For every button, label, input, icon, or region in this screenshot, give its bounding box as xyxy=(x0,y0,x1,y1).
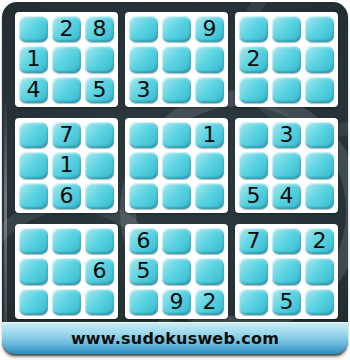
cell-r4c7[interactable] xyxy=(239,122,268,148)
cell-r6c7[interactable]: 5 xyxy=(239,183,268,209)
cell-r3c1[interactable]: 4 xyxy=(19,77,48,103)
cell-r4c5[interactable] xyxy=(162,122,191,148)
cell-r3c7[interactable] xyxy=(239,77,268,103)
given-digit: 5 xyxy=(280,291,294,313)
cell-r9c2[interactable] xyxy=(52,289,81,315)
cell-r3c8[interactable] xyxy=(272,77,301,103)
cell-r2c9[interactable] xyxy=(305,46,334,72)
cell-r1c9[interactable] xyxy=(305,16,334,42)
cell-r4c1[interactable] xyxy=(19,122,48,148)
given-digit: 2 xyxy=(247,48,261,70)
cell-r9c6[interactable]: 2 xyxy=(195,289,224,315)
box-2-1: 716 xyxy=(15,118,118,213)
cell-r7c8[interactable] xyxy=(272,228,301,254)
cell-r5c9[interactable] xyxy=(305,152,334,178)
cell-r9c3[interactable] xyxy=(85,289,114,315)
footer-banner: www.sudokusweb.com xyxy=(2,322,348,354)
given-digit: 5 xyxy=(137,260,151,282)
cell-r8c5[interactable] xyxy=(162,258,191,284)
given-digit: 6 xyxy=(93,260,107,282)
cell-r3c9[interactable] xyxy=(305,77,334,103)
cell-r2c2[interactable] xyxy=(52,46,81,72)
cell-r1c3[interactable]: 8 xyxy=(85,16,114,42)
cell-r7c5[interactable] xyxy=(162,228,191,254)
cell-r6c8[interactable]: 4 xyxy=(272,183,301,209)
cell-r8c9[interactable] xyxy=(305,258,334,284)
cell-r6c5[interactable] xyxy=(162,183,191,209)
given-digit: 5 xyxy=(93,79,107,101)
given-digit: 1 xyxy=(203,124,217,146)
cell-r7c1[interactable] xyxy=(19,228,48,254)
cell-r6c1[interactable] xyxy=(19,183,48,209)
cell-r1c8[interactable] xyxy=(272,16,301,42)
cell-r2c5[interactable] xyxy=(162,46,191,72)
cell-r1c2[interactable]: 2 xyxy=(52,16,81,42)
cell-r7c6[interactable] xyxy=(195,228,224,254)
cell-r9c5[interactable]: 9 xyxy=(162,289,191,315)
website-url-link[interactable]: www.sudokusweb.com xyxy=(71,329,279,348)
cell-r5c6[interactable] xyxy=(195,152,224,178)
sudoku-board: 28145932716135466592725 www.sudokusweb.c… xyxy=(2,2,348,354)
cell-r7c3[interactable] xyxy=(85,228,114,254)
cell-r7c4[interactable]: 6 xyxy=(129,228,158,254)
given-digit: 3 xyxy=(280,124,294,146)
cell-r6c3[interactable] xyxy=(85,183,114,209)
cell-r7c2[interactable] xyxy=(52,228,81,254)
cell-r3c5[interactable] xyxy=(162,77,191,103)
cell-r9c7[interactable] xyxy=(239,289,268,315)
cell-r2c8[interactable] xyxy=(272,46,301,72)
box-3-2: 6592 xyxy=(125,224,228,319)
cell-r3c6[interactable] xyxy=(195,77,224,103)
given-digit: 2 xyxy=(203,291,217,313)
cell-r8c6[interactable] xyxy=(195,258,224,284)
box-3-3: 725 xyxy=(235,224,338,319)
cell-r5c3[interactable] xyxy=(85,152,114,178)
cell-r9c1[interactable] xyxy=(19,289,48,315)
cell-r2c3[interactable] xyxy=(85,46,114,72)
cell-r4c9[interactable] xyxy=(305,122,334,148)
cell-r2c6[interactable] xyxy=(195,46,224,72)
given-digit: 2 xyxy=(60,18,74,40)
given-digit: 5 xyxy=(247,185,261,207)
cell-r6c2[interactable]: 6 xyxy=(52,183,81,209)
cell-r1c4[interactable] xyxy=(129,16,158,42)
cell-r3c3[interactable]: 5 xyxy=(85,77,114,103)
cell-r5c8[interactable] xyxy=(272,152,301,178)
cell-r5c1[interactable] xyxy=(19,152,48,178)
cell-r1c6[interactable]: 9 xyxy=(195,16,224,42)
box-1-3: 2 xyxy=(235,12,338,107)
cell-r5c5[interactable] xyxy=(162,152,191,178)
given-digit: 6 xyxy=(60,185,74,207)
given-digit: 6 xyxy=(137,230,151,252)
cell-r2c1[interactable]: 1 xyxy=(19,46,48,72)
cell-r4c8[interactable]: 3 xyxy=(272,122,301,148)
cell-r4c3[interactable] xyxy=(85,122,114,148)
given-digit: 9 xyxy=(203,18,217,40)
cell-r5c7[interactable] xyxy=(239,152,268,178)
cell-r9c9[interactable] xyxy=(305,289,334,315)
given-digit: 8 xyxy=(93,18,107,40)
cell-r8c2[interactable] xyxy=(52,258,81,284)
cell-r6c6[interactable] xyxy=(195,183,224,209)
cell-r8c1[interactable] xyxy=(19,258,48,284)
given-digit: 2 xyxy=(313,230,327,252)
cell-r8c8[interactable] xyxy=(272,258,301,284)
given-digit: 1 xyxy=(60,154,74,176)
given-digit: 4 xyxy=(280,185,294,207)
given-digit: 9 xyxy=(170,291,184,313)
given-digit: 7 xyxy=(247,230,261,252)
given-digit: 1 xyxy=(27,48,41,70)
cell-r1c7[interactable] xyxy=(239,16,268,42)
cell-r8c3[interactable]: 6 xyxy=(85,258,114,284)
box-2-3: 354 xyxy=(235,118,338,213)
given-digit: 7 xyxy=(60,124,74,146)
cell-r4c2[interactable]: 7 xyxy=(52,122,81,148)
cell-r5c4[interactable] xyxy=(129,152,158,178)
cell-r7c9[interactable]: 2 xyxy=(305,228,334,254)
cell-r9c4[interactable] xyxy=(129,289,158,315)
given-digit: 3 xyxy=(137,79,151,101)
cell-r2c4[interactable] xyxy=(129,46,158,72)
cell-r1c5[interactable] xyxy=(162,16,191,42)
cell-r8c4[interactable]: 5 xyxy=(129,258,158,284)
sudoku-grid: 28145932716135466592725 xyxy=(2,2,348,319)
cell-r9c8[interactable]: 5 xyxy=(272,289,301,315)
cell-r6c9[interactable] xyxy=(305,183,334,209)
cell-r4c4[interactable] xyxy=(129,122,158,148)
cell-r7c7[interactable]: 7 xyxy=(239,228,268,254)
box-1-2: 93 xyxy=(125,12,228,107)
cell-r2c7[interactable]: 2 xyxy=(239,46,268,72)
cell-r6c4[interactable] xyxy=(129,183,158,209)
cell-r4c6[interactable]: 1 xyxy=(195,122,224,148)
cell-r3c4[interactable]: 3 xyxy=(129,77,158,103)
cell-r3c2[interactable] xyxy=(52,77,81,103)
cell-r8c7[interactable] xyxy=(239,258,268,284)
cell-r1c1[interactable] xyxy=(19,16,48,42)
given-digit: 4 xyxy=(27,79,41,101)
box-1-1: 28145 xyxy=(15,12,118,107)
box-2-2: 1 xyxy=(125,118,228,213)
box-3-1: 6 xyxy=(15,224,118,319)
cell-r5c2[interactable]: 1 xyxy=(52,152,81,178)
